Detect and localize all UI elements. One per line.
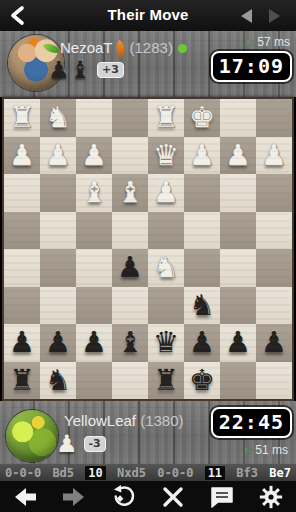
square-e8[interactable] bbox=[112, 362, 148, 400]
square-h4[interactable] bbox=[4, 212, 40, 250]
white-bishop: ♝ bbox=[81, 178, 107, 207]
black-knight: ♞ bbox=[45, 366, 71, 395]
square-c1[interactable]: ♚ bbox=[184, 99, 220, 137]
green-leaf-icon bbox=[43, 40, 60, 57]
black-bishop: ♝ bbox=[117, 328, 143, 357]
square-g6[interactable] bbox=[40, 287, 76, 325]
square-e3[interactable]: ♝ bbox=[112, 174, 148, 212]
black-pawn: ♟ bbox=[81, 328, 107, 357]
square-g4[interactable] bbox=[40, 212, 76, 250]
square-g3[interactable] bbox=[40, 174, 76, 212]
white-knight: ♞ bbox=[153, 253, 179, 282]
white-pawn: ♟ bbox=[153, 178, 179, 207]
square-h2[interactable]: ♟ bbox=[4, 137, 40, 175]
square-b6[interactable] bbox=[220, 287, 256, 325]
player-clock: 22:45 bbox=[211, 407, 292, 438]
previous-move-icon[interactable] bbox=[8, 483, 42, 511]
opponent-latency: 57 ms bbox=[257, 35, 290, 49]
opponent-panel: NezoaT(1283) ♟♝ +3 ↑↓57 ms 17:09 bbox=[0, 31, 296, 97]
black-pawn: ♟ bbox=[9, 328, 35, 357]
black-queen: ♛ bbox=[153, 328, 179, 357]
black-pawn: ♟ bbox=[117, 253, 143, 282]
square-h7[interactable]: ♟ bbox=[4, 324, 40, 362]
current-move[interactable]: Be7 bbox=[269, 466, 291, 480]
opponent-captured-pieces: ♟♝ +3 bbox=[48, 57, 124, 83]
black-pawn: ♟ bbox=[261, 328, 287, 357]
square-h1[interactable]: ♜ bbox=[4, 99, 40, 137]
captured-black-bishop: ♝ bbox=[70, 56, 92, 84]
player-avatar[interactable] bbox=[6, 410, 58, 462]
move[interactable]: 0-0-0 bbox=[157, 466, 193, 480]
square-g1[interactable]: ♞ bbox=[40, 99, 76, 137]
captured-white-pawn: ♟ bbox=[56, 430, 78, 458]
square-e5[interactable]: ♟ bbox=[112, 249, 148, 287]
chess-app: Their Move NezoaT(1283) ♟♝ +3 ↑↓57 ms 17… bbox=[0, 0, 296, 512]
captured-black-pawn: ♟ bbox=[48, 56, 70, 84]
square-a4[interactable] bbox=[256, 212, 292, 250]
square-e4[interactable] bbox=[112, 212, 148, 250]
square-h5[interactable] bbox=[4, 249, 40, 287]
black-rook: ♜ bbox=[9, 366, 35, 395]
chess-board: ♜♞♜♚♟♟♟♛♟♟♟♝♝♟♟♞♞♟♟♟♝♛♟♟♟♜♞♜♚ bbox=[4, 99, 292, 399]
white-pawn: ♟ bbox=[261, 141, 287, 170]
move[interactable]: 0-0-0 bbox=[5, 466, 41, 480]
black-rook: ♜ bbox=[153, 366, 179, 395]
player-name: YellowLeaf bbox=[64, 412, 136, 429]
move[interactable]: Bf3 bbox=[236, 466, 258, 480]
square-b2[interactable]: ♟ bbox=[220, 137, 256, 175]
white-queen: ♛ bbox=[153, 141, 179, 170]
square-d1[interactable]: ♜ bbox=[148, 99, 184, 137]
square-f7[interactable]: ♟ bbox=[76, 324, 112, 362]
square-f6[interactable] bbox=[76, 287, 112, 325]
top-bar: Their Move bbox=[0, 0, 296, 31]
player-latency: 51 ms bbox=[255, 443, 288, 457]
square-d8[interactable]: ♜ bbox=[148, 362, 184, 400]
move-list: 0-0-0Bd510Nxd50-0-011Bf3Be7 bbox=[0, 464, 296, 481]
square-a7[interactable]: ♟ bbox=[256, 324, 292, 362]
player-rating: (1380) bbox=[140, 412, 183, 429]
close-icon[interactable] bbox=[156, 483, 190, 511]
square-g8[interactable]: ♞ bbox=[40, 362, 76, 400]
square-a6[interactable] bbox=[256, 287, 292, 325]
material-badge: -3 bbox=[84, 436, 106, 452]
opponent-rating: (1283) bbox=[130, 39, 173, 56]
black-pawn: ♟ bbox=[225, 328, 251, 357]
square-g2[interactable]: ♟ bbox=[40, 137, 76, 175]
black-knight: ♞ bbox=[189, 291, 215, 320]
square-e2[interactable] bbox=[112, 137, 148, 175]
next-move-icon[interactable] bbox=[57, 483, 91, 511]
next-game-icon[interactable] bbox=[269, 9, 280, 23]
square-f1[interactable] bbox=[76, 99, 112, 137]
square-b4[interactable] bbox=[220, 212, 256, 250]
square-f2[interactable]: ♟ bbox=[76, 137, 112, 175]
move[interactable]: Bd5 bbox=[52, 466, 74, 480]
white-pawn: ♟ bbox=[9, 141, 35, 170]
square-a1[interactable] bbox=[256, 99, 292, 137]
square-a8[interactable] bbox=[256, 362, 292, 400]
replay-icon[interactable] bbox=[106, 483, 140, 511]
square-d6[interactable] bbox=[148, 287, 184, 325]
white-rook: ♜ bbox=[9, 103, 35, 132]
square-f8[interactable] bbox=[76, 362, 112, 400]
opponent-clock: 17:09 bbox=[211, 51, 292, 82]
white-bishop: ♝ bbox=[117, 178, 143, 207]
white-pawn: ♟ bbox=[45, 141, 71, 170]
captured-piece-list: ♟♝ bbox=[48, 57, 91, 83]
latency-down-icon: ↓ bbox=[247, 444, 253, 456]
black-pawn: ♟ bbox=[45, 328, 71, 357]
square-h6[interactable] bbox=[4, 287, 40, 325]
square-g5[interactable] bbox=[40, 249, 76, 287]
opponent-name: NezoaT bbox=[60, 39, 113, 56]
square-b7[interactable]: ♟ bbox=[220, 324, 256, 362]
white-king: ♚ bbox=[189, 103, 215, 132]
board-frame: ♜♞♜♚♟♟♟♛♟♟♟♝♝♟♟♞♞♟♟♟♝♛♟♟♟♜♞♜♚ bbox=[2, 97, 294, 401]
white-pawn: ♟ bbox=[189, 141, 215, 170]
square-f5[interactable] bbox=[76, 249, 112, 287]
square-h3[interactable] bbox=[4, 174, 40, 212]
square-c2[interactable]: ♟ bbox=[184, 137, 220, 175]
square-f4[interactable] bbox=[76, 212, 112, 250]
square-h8[interactable]: ♜ bbox=[4, 362, 40, 400]
player-panel: YellowLeaf (1380) ♟ -3 22:45 ↑↓51 ms bbox=[0, 401, 296, 464]
square-c4[interactable] bbox=[184, 212, 220, 250]
black-pawn: ♟ bbox=[189, 328, 215, 357]
material-badge: +3 bbox=[97, 62, 124, 78]
square-c6[interactable]: ♞ bbox=[184, 287, 220, 325]
square-c5[interactable] bbox=[184, 249, 220, 287]
square-d2[interactable]: ♛ bbox=[148, 137, 184, 175]
square-d5[interactable]: ♞ bbox=[148, 249, 184, 287]
square-b3[interactable] bbox=[220, 174, 256, 212]
square-a2[interactable]: ♟ bbox=[256, 137, 292, 175]
square-c3[interactable] bbox=[184, 174, 220, 212]
square-c7[interactable]: ♟ bbox=[184, 324, 220, 362]
bottom-toolbar bbox=[0, 481, 296, 512]
square-d4[interactable] bbox=[148, 212, 184, 250]
move[interactable]: Nxd5 bbox=[117, 466, 146, 480]
move-number: 11 bbox=[205, 466, 225, 480]
white-pawn: ♟ bbox=[81, 141, 107, 170]
square-a5[interactable] bbox=[256, 249, 292, 287]
square-c8[interactable]: ♚ bbox=[184, 362, 220, 400]
square-e7[interactable]: ♝ bbox=[112, 324, 148, 362]
captured-piece-list: ♟ bbox=[56, 431, 78, 457]
square-b5[interactable] bbox=[220, 249, 256, 287]
player-captured-pieces: ♟ -3 bbox=[56, 431, 106, 457]
latency-down-icon: ↓ bbox=[249, 36, 255, 48]
black-king: ♚ bbox=[189, 366, 215, 395]
square-e6[interactable] bbox=[112, 287, 148, 325]
square-g7[interactable]: ♟ bbox=[40, 324, 76, 362]
white-knight: ♞ bbox=[45, 103, 71, 132]
square-e1[interactable] bbox=[112, 99, 148, 137]
online-status-icon bbox=[178, 44, 187, 53]
square-d7[interactable]: ♛ bbox=[148, 324, 184, 362]
move-number: 10 bbox=[85, 466, 105, 480]
square-a3[interactable] bbox=[256, 174, 292, 212]
square-f3[interactable]: ♝ bbox=[76, 174, 112, 212]
square-b1[interactable] bbox=[220, 99, 256, 137]
square-b8[interactable] bbox=[220, 362, 256, 400]
white-rook: ♜ bbox=[153, 103, 179, 132]
orange-feather-icon bbox=[111, 40, 130, 59]
settings-icon[interactable] bbox=[254, 483, 288, 511]
prev-game-icon[interactable] bbox=[241, 9, 252, 23]
chat-icon[interactable] bbox=[205, 483, 239, 511]
white-pawn: ♟ bbox=[225, 141, 251, 170]
square-d3[interactable]: ♟ bbox=[148, 174, 184, 212]
